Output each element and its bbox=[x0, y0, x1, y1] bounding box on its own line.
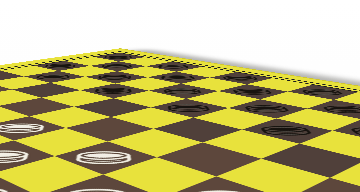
board-grid: ⛂⛂⛂⛂⛂⛂⛂⛂⛂⛂⛂⛂⛂⛂⛂⛂⛂⛂⛂⛂⛂⛂⛂⛂⛂⛂⛂⛂⛂⛂⛂⛂⛂⛂⛂⛂⛂⛂⛂⛂ bbox=[0, 53, 360, 192]
board-frame-inner-line: ⛂⛂⛂⛂⛂⛂⛂⛂⛂⛂⛂⛂⛂⛂⛂⛂⛂⛂⛂⛂⛂⛂⛂⛂⛂⛂⛂⛂⛂⛂⛂⛂⛂⛂⛂⛂⛂⛂⛂⛂ bbox=[0, 53, 360, 192]
draughts-board: ⛂⛂⛂⛂⛂⛂⛂⛂⛂⛂⛂⛂⛂⛂⛂⛂⛂⛂⛂⛂⛂⛂⛂⛂⛂⛂⛂⛂⛂⛂⛂⛂⛂⛂⛂⛂⛂⛂⛂⛂ bbox=[0, 48, 360, 192]
board-frame-outer-line: ⛂⛂⛂⛂⛂⛂⛂⛂⛂⛂⛂⛂⛂⛂⛂⛂⛂⛂⛂⛂⛂⛂⛂⛂⛂⛂⛂⛂⛂⛂⛂⛂⛂⛂⛂⛂⛂⛂⛂⛂ bbox=[0, 51, 360, 192]
black-man-piece[interactable]: ⛂ bbox=[218, 74, 263, 82]
photo-background: ⛂⛂⛂⛂⛂⛂⛂⛂⛂⛂⛂⛂⛂⛂⛂⛂⛂⛂⛂⛂⛂⛂⛂⛂⛂⛂⛂⛂⛂⛂⛂⛂⛂⛂⛂⛂⛂⛂⛂⛂ bbox=[0, 0, 360, 192]
black-man-piece[interactable]: ⛂ bbox=[93, 85, 134, 95]
white-man-piece[interactable]: ⛂ bbox=[72, 145, 135, 168]
